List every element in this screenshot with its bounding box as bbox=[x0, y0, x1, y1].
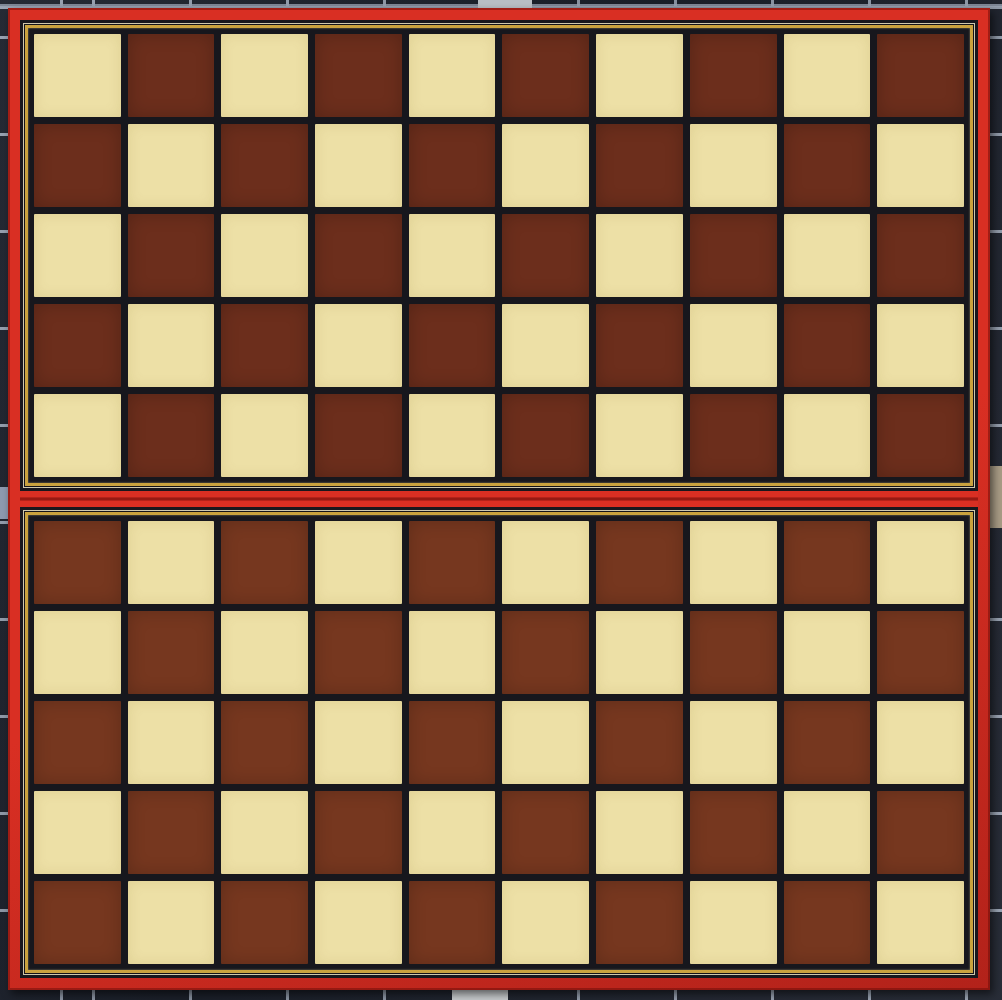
square-r3-c3[interactable] bbox=[221, 214, 308, 297]
photo-canvas bbox=[0, 0, 1002, 1000]
square-r6-c4[interactable] bbox=[315, 521, 402, 604]
square-r10-c3[interactable] bbox=[221, 881, 308, 964]
square-r3-c8[interactable] bbox=[690, 214, 777, 297]
square-r1-c6[interactable] bbox=[502, 34, 589, 117]
board-top-panel bbox=[20, 20, 978, 491]
square-r8-c3[interactable] bbox=[221, 701, 308, 784]
square-r4-c3[interactable] bbox=[221, 304, 308, 387]
square-r2-c4[interactable] bbox=[315, 124, 402, 207]
square-r8-c9[interactable] bbox=[784, 701, 871, 784]
square-r9-c9[interactable] bbox=[784, 791, 871, 874]
square-r2-c5[interactable] bbox=[409, 124, 496, 207]
hinge-fold-strip bbox=[20, 491, 978, 507]
square-r2-c6[interactable] bbox=[502, 124, 589, 207]
square-r10-c10[interactable] bbox=[877, 881, 964, 964]
square-r1-c10[interactable] bbox=[877, 34, 964, 117]
square-r9-c5[interactable] bbox=[409, 791, 496, 874]
square-r4-c9[interactable] bbox=[784, 304, 871, 387]
square-r4-c6[interactable] bbox=[502, 304, 589, 387]
square-r2-c10[interactable] bbox=[877, 124, 964, 207]
square-r7-c4[interactable] bbox=[315, 611, 402, 694]
square-r3-c6[interactable] bbox=[502, 214, 589, 297]
square-r3-c9[interactable] bbox=[784, 214, 871, 297]
square-r9-c4[interactable] bbox=[315, 791, 402, 874]
square-r7-c3[interactable] bbox=[221, 611, 308, 694]
square-r5-c2[interactable] bbox=[128, 394, 215, 477]
square-r2-c1[interactable] bbox=[34, 124, 121, 207]
squares-grid-bottom bbox=[34, 521, 964, 964]
square-r9-c2[interactable] bbox=[128, 791, 215, 874]
square-r3-c2[interactable] bbox=[128, 214, 215, 297]
square-r7-c7[interactable] bbox=[596, 611, 683, 694]
square-r8-c7[interactable] bbox=[596, 701, 683, 784]
square-r2-c9[interactable] bbox=[784, 124, 871, 207]
square-r2-c3[interactable] bbox=[221, 124, 308, 207]
square-r1-c9[interactable] bbox=[784, 34, 871, 117]
square-r4-c2[interactable] bbox=[128, 304, 215, 387]
square-r1-c7[interactable] bbox=[596, 34, 683, 117]
square-r4-c1[interactable] bbox=[34, 304, 121, 387]
square-r10-c5[interactable] bbox=[409, 881, 496, 964]
square-r7-c1[interactable] bbox=[34, 611, 121, 694]
square-r5-c6[interactable] bbox=[502, 394, 589, 477]
square-r1-c5[interactable] bbox=[409, 34, 496, 117]
square-r7-c9[interactable] bbox=[784, 611, 871, 694]
square-r7-c2[interactable] bbox=[128, 611, 215, 694]
square-r6-c1[interactable] bbox=[34, 521, 121, 604]
square-r3-c5[interactable] bbox=[409, 214, 496, 297]
square-r7-c10[interactable] bbox=[877, 611, 964, 694]
square-r8-c8[interactable] bbox=[690, 701, 777, 784]
square-r5-c9[interactable] bbox=[784, 394, 871, 477]
square-r6-c10[interactable] bbox=[877, 521, 964, 604]
square-r9-c3[interactable] bbox=[221, 791, 308, 874]
square-r8-c5[interactable] bbox=[409, 701, 496, 784]
square-r1-c8[interactable] bbox=[690, 34, 777, 117]
square-r8-c10[interactable] bbox=[877, 701, 964, 784]
square-r5-c7[interactable] bbox=[596, 394, 683, 477]
square-r10-c1[interactable] bbox=[34, 881, 121, 964]
square-r1-c3[interactable] bbox=[221, 34, 308, 117]
square-r8-c2[interactable] bbox=[128, 701, 215, 784]
square-r6-c5[interactable] bbox=[409, 521, 496, 604]
square-r8-c1[interactable] bbox=[34, 701, 121, 784]
square-r10-c7[interactable] bbox=[596, 881, 683, 964]
square-r5-c8[interactable] bbox=[690, 394, 777, 477]
square-r9-c6[interactable] bbox=[502, 791, 589, 874]
square-r7-c6[interactable] bbox=[502, 611, 589, 694]
square-r4-c5[interactable] bbox=[409, 304, 496, 387]
square-r9-c10[interactable] bbox=[877, 791, 964, 874]
square-r5-c5[interactable] bbox=[409, 394, 496, 477]
square-r8-c6[interactable] bbox=[502, 701, 589, 784]
square-r7-c5[interactable] bbox=[409, 611, 496, 694]
square-r2-c2[interactable] bbox=[128, 124, 215, 207]
board-bottom-panel bbox=[20, 507, 978, 978]
square-r1-c1[interactable] bbox=[34, 34, 121, 117]
square-r3-c7[interactable] bbox=[596, 214, 683, 297]
square-r2-c7[interactable] bbox=[596, 124, 683, 207]
square-r6-c6[interactable] bbox=[502, 521, 589, 604]
square-r5-c4[interactable] bbox=[315, 394, 402, 477]
square-r5-c3[interactable] bbox=[221, 394, 308, 477]
square-r9-c7[interactable] bbox=[596, 791, 683, 874]
square-r6-c3[interactable] bbox=[221, 521, 308, 604]
square-r5-c10[interactable] bbox=[877, 394, 964, 477]
square-r10-c8[interactable] bbox=[690, 881, 777, 964]
square-r2-c8[interactable] bbox=[690, 124, 777, 207]
square-r3-c10[interactable] bbox=[877, 214, 964, 297]
square-r1-c4[interactable] bbox=[315, 34, 402, 117]
square-r3-c1[interactable] bbox=[34, 214, 121, 297]
square-r6-c7[interactable] bbox=[596, 521, 683, 604]
square-r10-c9[interactable] bbox=[784, 881, 871, 964]
square-r9-c1[interactable] bbox=[34, 791, 121, 874]
square-r3-c4[interactable] bbox=[315, 214, 402, 297]
square-r4-c7[interactable] bbox=[596, 304, 683, 387]
square-r10-c2[interactable] bbox=[128, 881, 215, 964]
square-r10-c6[interactable] bbox=[502, 881, 589, 964]
square-r10-c4[interactable] bbox=[315, 881, 402, 964]
square-r6-c8[interactable] bbox=[690, 521, 777, 604]
square-r4-c8[interactable] bbox=[690, 304, 777, 387]
hinge-seam bbox=[20, 498, 978, 500]
square-r1-c2[interactable] bbox=[128, 34, 215, 117]
draughts-board bbox=[8, 8, 990, 990]
square-r9-c8[interactable] bbox=[690, 791, 777, 874]
square-r7-c8[interactable] bbox=[690, 611, 777, 694]
square-r4-c10[interactable] bbox=[877, 304, 964, 387]
square-r4-c4[interactable] bbox=[315, 304, 402, 387]
square-r6-c9[interactable] bbox=[784, 521, 871, 604]
square-r5-c1[interactable] bbox=[34, 394, 121, 477]
square-r8-c4[interactable] bbox=[315, 701, 402, 784]
square-r6-c2[interactable] bbox=[128, 521, 215, 604]
squares-grid-top bbox=[34, 34, 964, 477]
